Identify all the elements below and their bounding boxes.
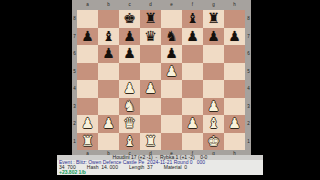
- square-b7[interactable]: ♝: [98, 28, 119, 46]
- square-c4[interactable]: ♟: [119, 80, 140, 98]
- square-f3[interactable]: [182, 98, 203, 116]
- square-c7[interactable]: ♟: [119, 28, 140, 46]
- piece-wp-h2: ♟: [224, 115, 245, 133]
- square-d7[interactable]: ♛: [140, 28, 161, 46]
- square-h7[interactable]: ♟: [224, 28, 245, 46]
- square-d1[interactable]: ♜: [140, 133, 161, 151]
- engine-info-panel: Houdini 17 (+2 -1) - Rybka 1 (+1 -2) 0-0…: [57, 155, 263, 175]
- piece-wq-c2: ♛: [119, 115, 140, 133]
- coord-label: 6: [246, 45, 251, 63]
- coord-label: h: [224, 1, 245, 9]
- square-c1[interactable]: ♝: [119, 133, 140, 151]
- square-h2[interactable]: ♟: [224, 115, 245, 133]
- square-c3[interactable]: ♞: [119, 98, 140, 116]
- square-h4[interactable]: [224, 80, 245, 98]
- piece-bp-c7: ♟: [119, 28, 140, 46]
- square-g6[interactable]: [203, 45, 224, 63]
- piece-bk-c8: ♚: [119, 10, 140, 28]
- coord-label: e: [161, 1, 182, 9]
- coord-label: 2: [246, 115, 251, 133]
- square-h3[interactable]: [224, 98, 245, 116]
- piece-wp-c4: ♟: [119, 80, 140, 98]
- square-h8[interactable]: [224, 10, 245, 28]
- square-h1[interactable]: [224, 133, 245, 151]
- square-g8[interactable]: ♜: [203, 10, 224, 28]
- square-f8[interactable]: ♝: [182, 10, 203, 28]
- square-g3[interactable]: ♟: [203, 98, 224, 116]
- piece-bp-h7: ♟: [224, 28, 245, 46]
- piece-wk-g1: ♚: [203, 133, 224, 151]
- square-d2[interactable]: [140, 115, 161, 133]
- piece-wp-b2: ♟: [98, 115, 119, 133]
- square-a4[interactable]: [77, 80, 98, 98]
- square-e1[interactable]: [161, 133, 182, 151]
- piece-bp-e6: ♟: [161, 45, 182, 63]
- square-a6[interactable]: [77, 45, 98, 63]
- piece-wn-c3: ♞: [119, 98, 140, 116]
- chess-board-frame: abcdefgh 87654321 87654321 ♚♜♝♜♟♝♟♛♞♟♟♟♟…: [72, 0, 251, 157]
- coord-label: 1: [246, 133, 251, 151]
- square-d4[interactable]: ♟: [140, 80, 161, 98]
- square-g4[interactable]: [203, 80, 224, 98]
- square-c2[interactable]: ♛: [119, 115, 140, 133]
- square-a8[interactable]: [77, 10, 98, 28]
- square-d6[interactable]: [140, 45, 161, 63]
- rank-labels-right: 87654321: [246, 10, 251, 150]
- coord-label: b: [98, 1, 119, 9]
- square-a1[interactable]: ♜: [77, 133, 98, 151]
- piece-bp-g7: ♟: [203, 28, 224, 46]
- coord-label: f: [182, 1, 203, 9]
- coord-label: d: [140, 1, 161, 9]
- square-f2[interactable]: ♟: [182, 115, 203, 133]
- piece-wp-d4: ♟: [140, 80, 161, 98]
- coord-label: 4: [246, 80, 251, 98]
- square-a3[interactable]: [77, 98, 98, 116]
- square-f7[interactable]: ♟: [182, 28, 203, 46]
- square-h6[interactable]: [224, 45, 245, 63]
- square-e4[interactable]: [161, 80, 182, 98]
- square-f4[interactable]: [182, 80, 203, 98]
- square-b2[interactable]: ♟: [98, 115, 119, 133]
- square-b6[interactable]: ♟: [98, 45, 119, 63]
- square-b3[interactable]: [98, 98, 119, 116]
- square-b1[interactable]: [98, 133, 119, 151]
- square-c8[interactable]: ♚: [119, 10, 140, 28]
- file-labels-top: abcdefgh: [77, 1, 245, 9]
- square-b4[interactable]: [98, 80, 119, 98]
- square-e2[interactable]: [161, 115, 182, 133]
- square-e3[interactable]: [161, 98, 182, 116]
- piece-wb-g2: ♝: [203, 115, 224, 133]
- piece-wr-a1: ♜: [77, 133, 98, 151]
- eval-line: +23.802 1/b: [57, 170, 263, 175]
- square-f5[interactable]: [182, 63, 203, 81]
- piece-bp-b6: ♟: [98, 45, 119, 63]
- coord-label: 8: [246, 10, 251, 28]
- piece-bp-c6: ♟: [119, 45, 140, 63]
- square-d8[interactable]: ♜: [140, 10, 161, 28]
- video-frame: abcdefgh 87654321 87654321 ♚♜♝♜♟♝♟♛♞♟♟♟♟…: [0, 0, 320, 180]
- square-a2[interactable]: ♟: [77, 115, 98, 133]
- square-d3[interactable]: [140, 98, 161, 116]
- piece-bn-e7: ♞: [161, 28, 182, 46]
- square-f1[interactable]: [182, 133, 203, 151]
- square-e5[interactable]: ♟: [161, 63, 182, 81]
- piece-br-d8: ♜: [140, 10, 161, 28]
- coord-label: g: [203, 1, 224, 9]
- piece-bq-d7: ♛: [140, 28, 161, 46]
- chess-board: ♚♜♝♜♟♝♟♛♞♟♟♟♟♟♟♟♟♟♞♟♟♟♛♟♝♟♜♝♜♚: [77, 10, 245, 150]
- coord-label: 7: [246, 28, 251, 46]
- piece-bb-b7: ♝: [98, 28, 119, 46]
- piece-wb-c1: ♝: [119, 133, 140, 151]
- piece-wp-f2: ♟: [182, 115, 203, 133]
- square-e8[interactable]: [161, 10, 182, 28]
- piece-wp-g3: ♟: [203, 98, 224, 116]
- square-g7[interactable]: ♟: [203, 28, 224, 46]
- square-b5[interactable]: [98, 63, 119, 81]
- coord-label: 5: [246, 63, 251, 81]
- coord-label: 3: [246, 98, 251, 116]
- square-c6[interactable]: ♟: [119, 45, 140, 63]
- piece-bb-f8: ♝: [182, 10, 203, 28]
- square-g2[interactable]: ♝: [203, 115, 224, 133]
- square-a5[interactable]: [77, 63, 98, 81]
- square-g1[interactable]: ♚: [203, 133, 224, 151]
- square-a7[interactable]: ♟: [77, 28, 98, 46]
- coord-label: a: [77, 1, 98, 9]
- piece-bp-f7: ♟: [182, 28, 203, 46]
- piece-wp-a2: ♟: [77, 115, 98, 133]
- square-f6[interactable]: [182, 45, 203, 63]
- square-h5[interactable]: [224, 63, 245, 81]
- square-d5[interactable]: [140, 63, 161, 81]
- piece-wr-d1: ♜: [140, 133, 161, 151]
- square-c5[interactable]: [119, 63, 140, 81]
- square-g5[interactable]: [203, 63, 224, 81]
- square-e6[interactable]: ♟: [161, 45, 182, 63]
- piece-wp-e5: ♟: [161, 63, 182, 81]
- square-b8[interactable]: [98, 10, 119, 28]
- square-e7[interactable]: ♞: [161, 28, 182, 46]
- coord-label: c: [119, 1, 140, 9]
- piece-br-g8: ♜: [203, 10, 224, 28]
- piece-bp-a7: ♟: [77, 28, 98, 46]
